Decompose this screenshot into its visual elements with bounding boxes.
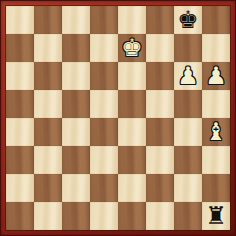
white-king[interactable]: ♚ <box>121 34 143 62</box>
square-f6[interactable] <box>146 62 174 90</box>
square-e5[interactable] <box>118 90 146 118</box>
square-d2[interactable] <box>90 174 118 202</box>
square-h7[interactable] <box>202 34 230 62</box>
square-d7[interactable] <box>90 34 118 62</box>
square-f8[interactable] <box>146 6 174 34</box>
square-g1[interactable] <box>174 202 202 230</box>
square-e3[interactable] <box>118 146 146 174</box>
square-h2[interactable] <box>202 174 230 202</box>
square-f1[interactable] <box>146 202 174 230</box>
square-g2[interactable] <box>174 174 202 202</box>
white-bishop[interactable]: ♝ <box>205 118 227 146</box>
square-a2[interactable] <box>6 174 34 202</box>
square-c7[interactable] <box>62 34 90 62</box>
square-b3[interactable] <box>34 146 62 174</box>
square-h8[interactable] <box>202 6 230 34</box>
square-a4[interactable] <box>6 118 34 146</box>
square-b1[interactable] <box>34 202 62 230</box>
square-g5[interactable] <box>174 90 202 118</box>
square-g6[interactable]: ♟ <box>174 62 202 90</box>
square-b5[interactable] <box>34 90 62 118</box>
square-f3[interactable] <box>146 146 174 174</box>
square-c1[interactable] <box>62 202 90 230</box>
square-h3[interactable] <box>202 146 230 174</box>
square-d5[interactable] <box>90 90 118 118</box>
square-g8[interactable]: ♚ <box>174 6 202 34</box>
square-d8[interactable] <box>90 6 118 34</box>
square-d6[interactable] <box>90 62 118 90</box>
square-f2[interactable] <box>146 174 174 202</box>
square-e6[interactable] <box>118 62 146 90</box>
square-c6[interactable] <box>62 62 90 90</box>
square-a8[interactable] <box>6 6 34 34</box>
square-d3[interactable] <box>90 146 118 174</box>
chess-board: ♚♚♟♟♝♜ <box>6 6 230 230</box>
square-g4[interactable] <box>174 118 202 146</box>
square-f5[interactable] <box>146 90 174 118</box>
square-b4[interactable] <box>34 118 62 146</box>
white-pawn[interactable]: ♟ <box>205 62 227 90</box>
square-f7[interactable] <box>146 34 174 62</box>
square-b2[interactable] <box>34 174 62 202</box>
chess-board-frame: ♚♚♟♟♝♜ <box>0 0 236 236</box>
square-a1[interactable] <box>6 202 34 230</box>
square-a5[interactable] <box>6 90 34 118</box>
square-h4[interactable]: ♝ <box>202 118 230 146</box>
square-b6[interactable] <box>34 62 62 90</box>
square-c8[interactable] <box>62 6 90 34</box>
square-g7[interactable] <box>174 34 202 62</box>
square-c5[interactable] <box>62 90 90 118</box>
square-f4[interactable] <box>146 118 174 146</box>
square-g3[interactable] <box>174 146 202 174</box>
square-h1[interactable]: ♜ <box>202 202 230 230</box>
square-d4[interactable] <box>90 118 118 146</box>
square-b8[interactable] <box>34 6 62 34</box>
square-e1[interactable] <box>118 202 146 230</box>
square-a6[interactable] <box>6 62 34 90</box>
square-h5[interactable] <box>202 90 230 118</box>
black-rook[interactable]: ♜ <box>205 202 227 230</box>
square-e4[interactable] <box>118 118 146 146</box>
white-pawn[interactable]: ♟ <box>177 62 199 90</box>
square-b7[interactable] <box>34 34 62 62</box>
square-e8[interactable] <box>118 6 146 34</box>
square-h6[interactable]: ♟ <box>202 62 230 90</box>
square-a7[interactable] <box>6 34 34 62</box>
square-d1[interactable] <box>90 202 118 230</box>
square-a3[interactable] <box>6 146 34 174</box>
square-c3[interactable] <box>62 146 90 174</box>
square-e2[interactable] <box>118 174 146 202</box>
square-c4[interactable] <box>62 118 90 146</box>
square-e7[interactable]: ♚ <box>118 34 146 62</box>
square-c2[interactable] <box>62 174 90 202</box>
black-king[interactable]: ♚ <box>177 6 199 34</box>
